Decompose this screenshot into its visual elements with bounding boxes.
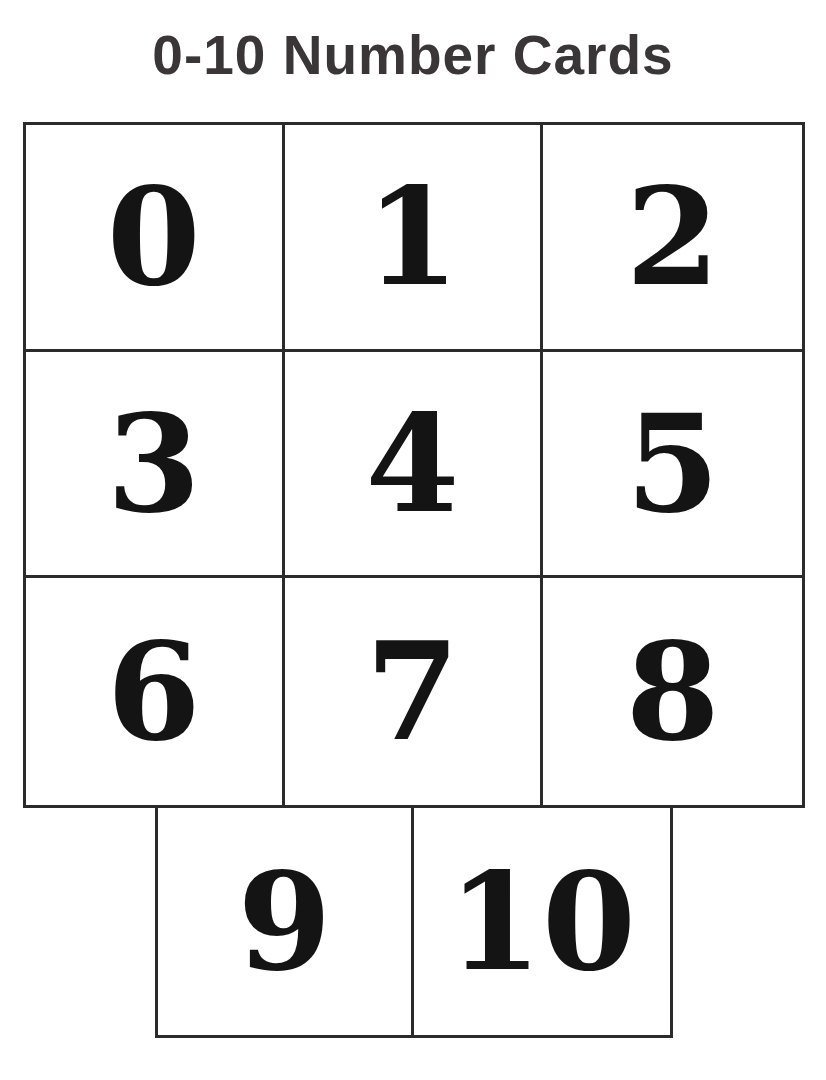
digit-0: 0 (107, 169, 201, 304)
card-1: 1 (285, 125, 544, 352)
card-4: 4 (285, 352, 544, 579)
card-5: 5 (543, 352, 802, 579)
page-title: 0-10 Number Cards (0, 22, 826, 88)
digit-2: 2 (626, 169, 720, 304)
digit-9: 9 (238, 854, 332, 989)
card-6: 6 (26, 578, 285, 805)
digit-10: 10 (448, 854, 636, 989)
card-9: 9 (158, 808, 414, 1035)
digit-1: 1 (366, 169, 460, 304)
number-card-bottom-row: 9 10 (155, 808, 673, 1038)
card-3: 3 (26, 352, 285, 579)
digit-5: 5 (626, 396, 720, 531)
card-7: 7 (285, 578, 544, 805)
card-8: 8 (543, 578, 802, 805)
number-cards-sheet: 0-10 Number Cards 0 1 2 3 4 5 6 7 8 (0, 0, 826, 1080)
card-2: 2 (543, 125, 802, 352)
number-card-grid: 0 1 2 3 4 5 6 7 8 (23, 122, 805, 808)
card-10: 10 (414, 808, 670, 1035)
card-0: 0 (26, 125, 285, 352)
digit-3: 3 (107, 396, 201, 531)
digit-7: 7 (366, 624, 460, 759)
digit-4: 4 (366, 396, 460, 531)
digit-6: 6 (107, 624, 201, 759)
digit-8: 8 (626, 624, 720, 759)
